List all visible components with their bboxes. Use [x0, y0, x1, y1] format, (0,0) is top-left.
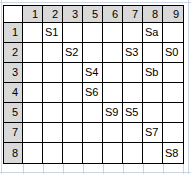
- grid-cell[interactable]: [103, 83, 123, 103]
- sheet-table: 123567891S1Sa2S2S3S03S4Sb4S65S9S57S78S8: [3, 5, 184, 164]
- row-header[interactable]: 7: [4, 123, 23, 143]
- grid-cell[interactable]: [103, 43, 123, 63]
- gridline: [143, 164, 144, 174]
- column-header[interactable]: 2: [43, 6, 63, 23]
- gridline: [1, 0, 2, 174]
- column-header[interactable]: 8: [143, 6, 163, 23]
- gridline: [188, 0, 189, 174]
- gridline: [23, 164, 24, 174]
- grid-cell[interactable]: [103, 143, 123, 163]
- grid-cell[interactable]: [83, 23, 103, 43]
- gridline: [103, 164, 104, 174]
- grid-cell[interactable]: [163, 83, 183, 103]
- grid-cell[interactable]: [23, 23, 43, 43]
- grid-cell[interactable]: [43, 43, 63, 63]
- grid-cell[interactable]: [23, 123, 43, 143]
- grid-cell[interactable]: [23, 63, 43, 83]
- grid-cell[interactable]: [123, 23, 143, 43]
- column-header[interactable]: 1: [23, 6, 43, 23]
- grid-cell[interactable]: [143, 143, 163, 163]
- row-header[interactable]: 1: [4, 23, 23, 43]
- column-header[interactable]: 6: [103, 6, 123, 23]
- grid-cell[interactable]: [103, 123, 123, 143]
- grid-cell[interactable]: [143, 103, 163, 123]
- grid-cell[interactable]: [123, 83, 143, 103]
- grid-cell[interactable]: S2: [63, 43, 83, 63]
- grid-cell[interactable]: [63, 143, 83, 163]
- grid-cell[interactable]: [123, 63, 143, 83]
- grid-cell[interactable]: [143, 83, 163, 103]
- column-header[interactable]: 3: [63, 6, 83, 23]
- column-header[interactable]: 5: [83, 6, 103, 23]
- gridline: [183, 164, 184, 174]
- row-header[interactable]: 3: [4, 63, 23, 83]
- grid-cell[interactable]: [43, 63, 63, 83]
- row-header[interactable]: 2: [4, 43, 23, 63]
- grid-cell[interactable]: [163, 103, 183, 123]
- gridline: [123, 164, 124, 174]
- grid-cell[interactable]: [63, 103, 83, 123]
- grid-cell[interactable]: [163, 63, 183, 83]
- grid-cell[interactable]: S3: [123, 43, 143, 63]
- grid-cell[interactable]: [43, 143, 63, 163]
- grid-cell[interactable]: [103, 23, 123, 43]
- grid-cell[interactable]: [63, 123, 83, 143]
- grid-cell[interactable]: [123, 123, 143, 143]
- gridline: [0, 2, 191, 3]
- grid-cell[interactable]: [43, 103, 63, 123]
- grid-cell[interactable]: [83, 43, 103, 63]
- grid-cell[interactable]: [23, 43, 43, 63]
- grid-cell[interactable]: S9: [103, 103, 123, 123]
- grid-cell[interactable]: S6: [83, 83, 103, 103]
- gridline: [163, 164, 164, 174]
- grid-cell[interactable]: [63, 23, 83, 43]
- grid-cell[interactable]: Sa: [143, 23, 163, 43]
- grid-cell[interactable]: [83, 123, 103, 143]
- grid-cell[interactable]: [103, 63, 123, 83]
- grid-cell[interactable]: S0: [163, 43, 183, 63]
- column-header[interactable]: 9: [163, 6, 183, 23]
- grid-cell[interactable]: [163, 123, 183, 143]
- grid-cell[interactable]: [23, 143, 43, 163]
- grid-cell[interactable]: Sb: [143, 63, 163, 83]
- grid-cell[interactable]: [83, 103, 103, 123]
- grid-cell[interactable]: [23, 83, 43, 103]
- grid-cell[interactable]: S1: [43, 23, 63, 43]
- grid-cell[interactable]: S7: [143, 123, 163, 143]
- grid-cell[interactable]: [123, 143, 143, 163]
- grid-cell[interactable]: [63, 83, 83, 103]
- gridline: [43, 164, 44, 174]
- grid-cell[interactable]: [83, 143, 103, 163]
- gridline: [63, 164, 64, 174]
- gridline: [83, 164, 84, 174]
- grid-cell[interactable]: [143, 43, 163, 63]
- grid-cell[interactable]: [23, 103, 43, 123]
- row-header[interactable]: 4: [4, 83, 23, 103]
- grid-cell[interactable]: [43, 83, 63, 103]
- row-header[interactable]: 5: [4, 103, 23, 123]
- grid-cell[interactable]: [63, 63, 83, 83]
- grid-cell[interactable]: S8: [163, 143, 183, 163]
- row-header[interactable]: 8: [4, 143, 23, 163]
- select-all-corner[interactable]: [4, 6, 23, 23]
- grid-cell[interactable]: S4: [83, 63, 103, 83]
- worksheet-canvas: 123567891S1Sa2S2S3S03S4Sb4S65S9S57S78S8: [0, 0, 191, 174]
- grid-cell[interactable]: [163, 23, 183, 43]
- grid-cell[interactable]: [43, 123, 63, 143]
- grid-cell[interactable]: S5: [123, 103, 143, 123]
- column-header[interactable]: 7: [123, 6, 143, 23]
